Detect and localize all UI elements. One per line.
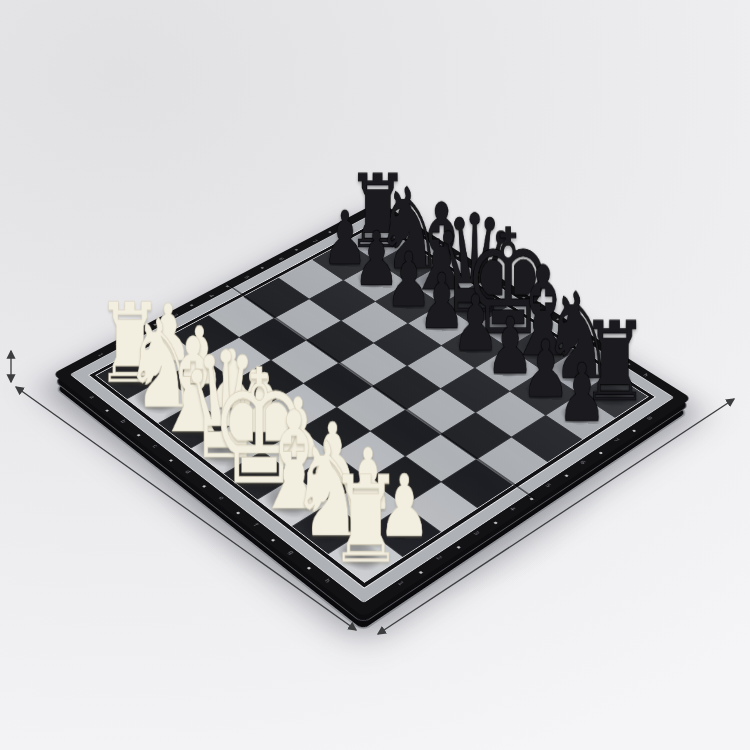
board-width-arrow bbox=[16, 387, 356, 630]
product-photo: aa88bb77cc66dd55ee44ff33gg22hh11 ♜♞♝♛♚♝♞… bbox=[0, 0, 750, 750]
dimension-arrows bbox=[0, 0, 750, 750]
board-depth-arrow bbox=[378, 399, 734, 634]
